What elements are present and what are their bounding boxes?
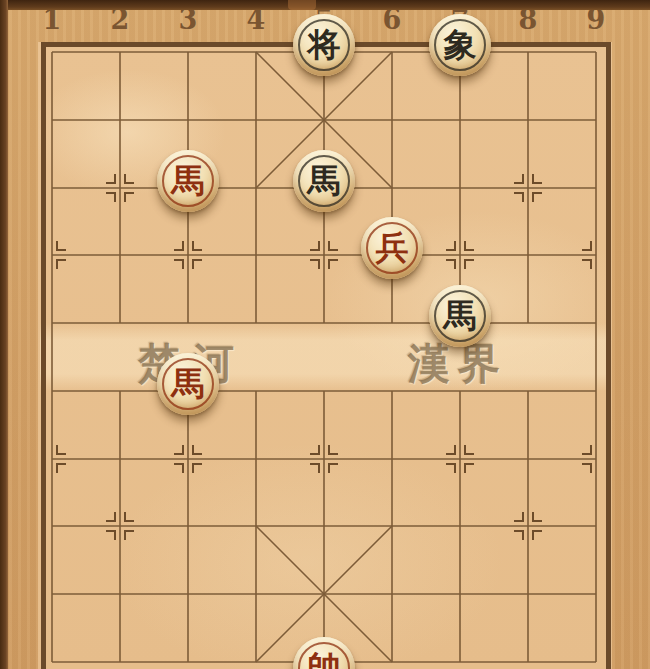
piece-black-horse-2[interactable]: 馬 [429, 285, 491, 347]
piece-character: 馬 [172, 164, 205, 197]
piece-character: 象 [444, 28, 477, 61]
table-edge-notch [288, 0, 316, 10]
piece-black-general[interactable]: 将 [293, 14, 355, 76]
piece-character: 兵 [376, 231, 409, 264]
piece-black-elephant[interactable]: 象 [429, 14, 491, 76]
piece-character: 将 [308, 28, 341, 61]
piece-character: 馬 [172, 367, 205, 400]
xiangqi-board-app: 楚河 漢界 123456789 将象馬馬兵馬馬帥 [0, 0, 650, 669]
table-edge-right [643, 0, 650, 669]
river-band [40, 323, 610, 391]
piece-red-soldier[interactable]: 兵 [361, 217, 423, 279]
piece-character: 馬 [308, 164, 341, 197]
table-edge-left [0, 0, 8, 669]
piece-black-horse-1[interactable]: 馬 [293, 150, 355, 212]
piece-character: 馬 [444, 299, 477, 332]
piece-character: 帥 [308, 651, 341, 669]
table-edge-top [0, 0, 650, 10]
piece-red-horse-1[interactable]: 馬 [157, 150, 219, 212]
piece-red-horse-2[interactable]: 馬 [157, 353, 219, 415]
